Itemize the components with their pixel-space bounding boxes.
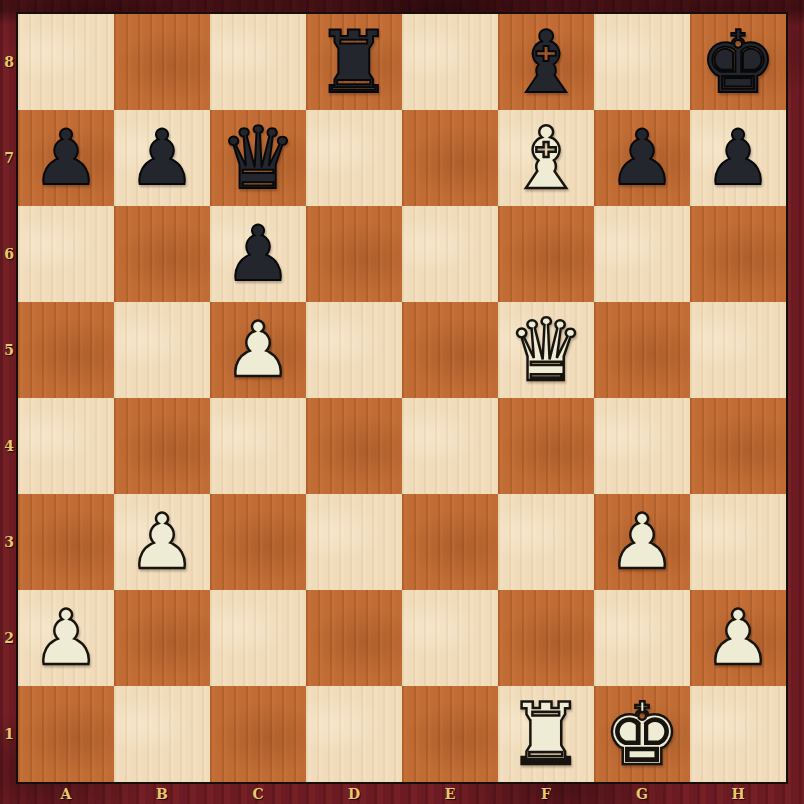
square-a3[interactable] [18,494,114,590]
square-g3[interactable]: ♟ [594,494,690,590]
file-label-e: E [402,784,498,804]
square-a7[interactable]: ♟ [18,110,114,206]
square-b8[interactable] [114,14,210,110]
square-e4[interactable] [402,398,498,494]
white-pawn-h2[interactable]: ♟ [704,590,772,686]
square-f7[interactable]: ♝ [498,110,594,206]
square-f2[interactable] [498,590,594,686]
square-d6[interactable] [306,206,402,302]
file-label-c: C [210,784,306,804]
chess-board-frame: ♜♝♚♟♟♛♝♟♟♟♟♛♟♟♟♟♜♚ 87654321 ABCDEFGH [0,0,804,804]
square-h1[interactable] [690,686,786,782]
square-g2[interactable] [594,590,690,686]
square-b1[interactable] [114,686,210,782]
square-g8[interactable] [594,14,690,110]
square-d4[interactable] [306,398,402,494]
black-bishop-f8[interactable]: ♝ [507,14,584,110]
white-queen-f5[interactable]: ♛ [507,302,584,398]
square-b2[interactable] [114,590,210,686]
square-a4[interactable] [18,398,114,494]
square-f5[interactable]: ♛ [498,302,594,398]
black-pawn-b7[interactable]: ♟ [128,110,196,206]
square-f3[interactable] [498,494,594,590]
square-h7[interactable]: ♟ [690,110,786,206]
rank-label-3: 3 [0,494,18,590]
square-c7[interactable]: ♛ [210,110,306,206]
square-g7[interactable]: ♟ [594,110,690,206]
square-a1[interactable] [18,686,114,782]
square-h3[interactable] [690,494,786,590]
square-e7[interactable] [402,110,498,206]
chess-board: ♜♝♚♟♟♛♝♟♟♟♟♛♟♟♟♟♜♚ [18,14,786,782]
square-b5[interactable] [114,302,210,398]
square-b7[interactable]: ♟ [114,110,210,206]
black-rook-d8[interactable]: ♜ [315,14,392,110]
square-b4[interactable] [114,398,210,494]
square-g5[interactable] [594,302,690,398]
file-label-d: D [306,784,402,804]
rank-label-6: 6 [0,206,18,302]
square-a6[interactable] [18,206,114,302]
rank-label-8: 8 [0,14,18,110]
square-e1[interactable] [402,686,498,782]
white-pawn-g3[interactable]: ♟ [608,494,676,590]
file-label-g: G [594,784,690,804]
white-rook-f1[interactable]: ♜ [507,686,584,782]
square-d7[interactable] [306,110,402,206]
square-d1[interactable] [306,686,402,782]
square-e8[interactable] [402,14,498,110]
square-d8[interactable]: ♜ [306,14,402,110]
square-h8[interactable]: ♚ [690,14,786,110]
white-pawn-b3[interactable]: ♟ [128,494,196,590]
square-f6[interactable] [498,206,594,302]
file-label-f: F [498,784,594,804]
black-queen-c7[interactable]: ♛ [219,110,296,206]
square-h2[interactable]: ♟ [690,590,786,686]
rank-label-2: 2 [0,590,18,686]
square-c1[interactable] [210,686,306,782]
square-c4[interactable] [210,398,306,494]
square-d5[interactable] [306,302,402,398]
white-king-g1[interactable]: ♚ [603,686,680,782]
square-e6[interactable] [402,206,498,302]
file-label-b: B [114,784,210,804]
rank-label-7: 7 [0,110,18,206]
square-f1[interactable]: ♜ [498,686,594,782]
square-h5[interactable] [690,302,786,398]
square-c3[interactable] [210,494,306,590]
square-e5[interactable] [402,302,498,398]
black-king-h8[interactable]: ♚ [699,14,776,110]
square-d3[interactable] [306,494,402,590]
square-d2[interactable] [306,590,402,686]
square-c5[interactable]: ♟ [210,302,306,398]
white-bishop-f7[interactable]: ♝ [507,110,584,206]
square-c2[interactable] [210,590,306,686]
rank-label-1: 1 [0,686,18,782]
square-a5[interactable] [18,302,114,398]
square-c8[interactable] [210,14,306,110]
white-pawn-c5[interactable]: ♟ [224,302,292,398]
square-e3[interactable] [402,494,498,590]
square-c6[interactable]: ♟ [210,206,306,302]
black-pawn-h7[interactable]: ♟ [704,110,772,206]
square-h6[interactable] [690,206,786,302]
square-a2[interactable]: ♟ [18,590,114,686]
file-label-h: H [690,784,786,804]
white-pawn-a2[interactable]: ♟ [32,590,100,686]
square-h4[interactable] [690,398,786,494]
black-pawn-g7[interactable]: ♟ [608,110,676,206]
square-e2[interactable] [402,590,498,686]
square-b6[interactable] [114,206,210,302]
square-f4[interactable] [498,398,594,494]
square-a8[interactable] [18,14,114,110]
rank-label-4: 4 [0,398,18,494]
square-g6[interactable] [594,206,690,302]
black-pawn-c6[interactable]: ♟ [224,206,292,302]
square-f8[interactable]: ♝ [498,14,594,110]
square-b3[interactable]: ♟ [114,494,210,590]
square-g1[interactable]: ♚ [594,686,690,782]
rank-label-5: 5 [0,302,18,398]
square-g4[interactable] [594,398,690,494]
black-pawn-a7[interactable]: ♟ [32,110,100,206]
file-label-a: A [18,784,114,804]
